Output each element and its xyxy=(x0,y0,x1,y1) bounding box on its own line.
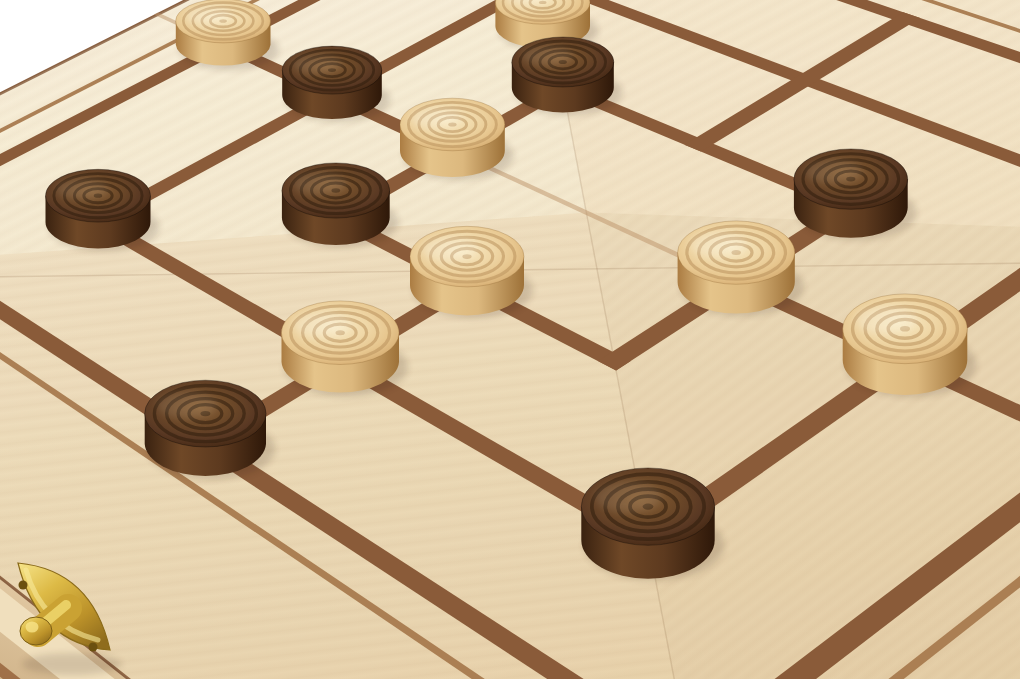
morris-board-photo xyxy=(0,0,1020,679)
piece-sheen xyxy=(595,482,662,513)
piece-sheen xyxy=(56,179,109,200)
piece-dark-b6[interactable] xyxy=(46,169,160,251)
piece-dark-b2[interactable] xyxy=(581,468,724,581)
latch-knob-highlight xyxy=(26,622,39,633)
latch-shadow xyxy=(22,653,122,675)
photo-stage xyxy=(0,0,1020,679)
piece-sheen xyxy=(411,107,463,128)
piece-dark-a4[interactable] xyxy=(145,380,275,480)
latch-screw-top xyxy=(19,581,28,590)
piece-sheen xyxy=(292,55,342,74)
piece-sheen xyxy=(185,7,232,25)
piece-dark-e3[interactable] xyxy=(794,149,917,240)
piece-sheen xyxy=(855,306,917,334)
piece-dark-e5[interactable] xyxy=(512,37,623,116)
piece-light-d3[interactable] xyxy=(678,221,804,316)
scene-layer xyxy=(0,0,1020,679)
piece-light-d2[interactable] xyxy=(843,294,977,397)
piece-light-b4[interactable] xyxy=(281,301,407,397)
piece-sheen xyxy=(689,232,748,257)
piece-sheen xyxy=(293,312,352,337)
piece-sheen xyxy=(157,392,218,419)
piece-dark-c5[interactable] xyxy=(282,163,398,248)
piece-sheen xyxy=(522,46,573,66)
piece-sheen xyxy=(293,173,347,195)
piece-sheen xyxy=(421,237,478,261)
piece-light-d7[interactable] xyxy=(176,0,279,70)
piece-sheen xyxy=(805,160,862,184)
piece-light-d5[interactable] xyxy=(400,98,513,180)
piece-dark-d6[interactable] xyxy=(282,46,390,122)
piece-light-c4[interactable] xyxy=(410,226,533,318)
latch-screw-bottom xyxy=(89,643,98,652)
